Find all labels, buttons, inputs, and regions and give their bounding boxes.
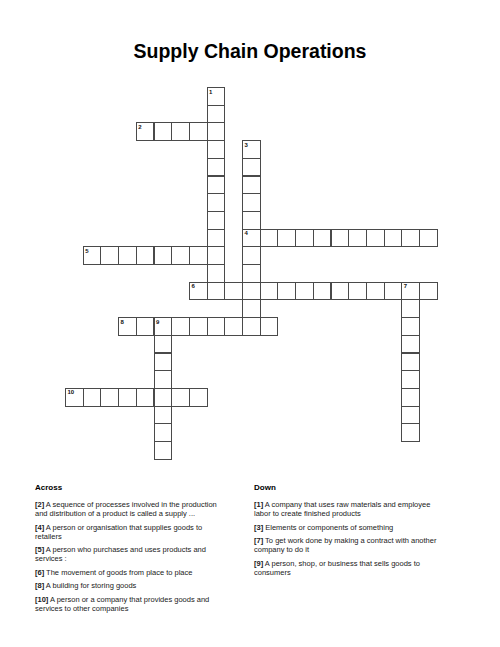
- grid-cell[interactable]: 10: [65, 388, 84, 407]
- clue-number: 1: [209, 89, 212, 96]
- grid-cell[interactable]: [331, 282, 350, 301]
- clue-label: [3]: [254, 523, 263, 532]
- grid-cell[interactable]: 6: [189, 282, 208, 301]
- grid-cell[interactable]: [419, 229, 438, 248]
- grid-cell[interactable]: [401, 317, 420, 336]
- grid-cell[interactable]: [242, 158, 261, 177]
- grid-cell[interactable]: [348, 282, 367, 301]
- clue-text: A person who purchases and uses products…: [35, 545, 206, 563]
- clue-text: A person, shop, or business that sells g…: [254, 559, 420, 577]
- clue-label: [5]: [35, 545, 44, 554]
- grid-cell[interactable]: [242, 176, 261, 195]
- grid-cell[interactable]: [154, 370, 173, 389]
- clue-label: [2]: [35, 500, 44, 509]
- clue-down-3: [3] Elements or components of something: [254, 523, 444, 532]
- grid-cell[interactable]: [154, 246, 173, 265]
- down-header: Down: [254, 483, 444, 493]
- grid-cell[interactable]: [189, 246, 208, 265]
- clue-label: [7]: [254, 536, 263, 545]
- grid-cell[interactable]: [401, 406, 420, 425]
- grid-cell[interactable]: [260, 229, 279, 248]
- grid-cell[interactable]: [224, 317, 243, 336]
- grid-cell[interactable]: [154, 122, 173, 141]
- grid-cell[interactable]: [154, 406, 173, 425]
- page: Supply Chain Operations 12345678910 Acro…: [0, 0, 500, 647]
- grid-cell[interactable]: [313, 229, 332, 248]
- grid-cell[interactable]: [207, 122, 226, 141]
- clue-number: 8: [121, 319, 124, 326]
- grid-cell[interactable]: [154, 388, 173, 407]
- clue-number: 10: [68, 389, 75, 396]
- down-clue-list: [1] A company that uses raw materials an…: [254, 500, 444, 577]
- grid-cell[interactable]: [366, 282, 385, 301]
- grid-cell[interactable]: [136, 388, 155, 407]
- grid-cell[interactable]: [242, 211, 261, 230]
- grid-cell[interactable]: [401, 335, 420, 354]
- grid-cell[interactable]: 5: [83, 246, 102, 265]
- grid-cell[interactable]: [401, 353, 420, 372]
- grid-cell[interactable]: [171, 246, 190, 265]
- clue-text: To get work done by making a contract wi…: [254, 536, 436, 554]
- grid-cell[interactable]: [384, 282, 403, 301]
- clue-number: 3: [245, 142, 248, 149]
- grid-cell[interactable]: [207, 211, 226, 230]
- grid-cell[interactable]: [207, 105, 226, 124]
- grid-cell[interactable]: [277, 229, 296, 248]
- crossword-grid: 12345678910: [65, 87, 438, 460]
- clue-text: A building for storing goods: [44, 581, 136, 590]
- clue-text: A sequence of processes involved in the …: [35, 500, 217, 518]
- grid-cell[interactable]: 1: [207, 87, 226, 106]
- grid-cell[interactable]: [242, 299, 261, 318]
- grid-cell[interactable]: [401, 388, 420, 407]
- grid-cell[interactable]: [100, 246, 119, 265]
- clue-down-7: [7] To get work done by making a contrac…: [254, 536, 444, 554]
- across-header: Across: [35, 483, 225, 493]
- clue-across-4: [4] A person or organisation that suppli…: [35, 523, 225, 541]
- grid-cell[interactable]: [154, 441, 173, 460]
- grid-cell[interactable]: [136, 246, 155, 265]
- clue-down-1: [1] A company that uses raw materials an…: [254, 500, 444, 518]
- grid-cell[interactable]: [366, 229, 385, 248]
- across-clues-section: Across [2] A sequence of processes invol…: [35, 483, 225, 617]
- grid-cell[interactable]: [401, 423, 420, 442]
- grid-cell[interactable]: [242, 282, 261, 301]
- clue-number: 6: [191, 283, 194, 290]
- clue-label: [1]: [254, 500, 263, 509]
- clue-label: [9]: [254, 559, 263, 568]
- grid-cell[interactable]: [419, 282, 438, 301]
- grid-cell[interactable]: [207, 176, 226, 195]
- clue-label: [8]: [35, 581, 44, 590]
- grid-cell[interactable]: [242, 246, 261, 265]
- puzzle-title: Supply Chain Operations: [0, 40, 500, 63]
- grid-cell[interactable]: [277, 282, 296, 301]
- clue-text: A person or a company that provides good…: [35, 595, 209, 613]
- grid-cell[interactable]: [348, 229, 367, 248]
- grid-cell[interactable]: [171, 122, 190, 141]
- grid-cell[interactable]: [401, 370, 420, 389]
- grid-cell[interactable]: [207, 193, 226, 212]
- clue-text: A person or organisation that supplies g…: [35, 523, 202, 541]
- clue-across-5: [5] A person who purchases and uses prod…: [35, 545, 225, 563]
- clue-number: 2: [138, 124, 141, 131]
- clue-number: 9: [156, 319, 159, 326]
- grid-cell[interactable]: [260, 317, 279, 336]
- grid-cell[interactable]: [242, 317, 261, 336]
- grid-cell[interactable]: [384, 229, 403, 248]
- grid-cell[interactable]: [100, 388, 119, 407]
- grid-cell[interactable]: 2: [136, 122, 155, 141]
- clue-across-6: [6] The movement of goods from place to …: [35, 568, 225, 577]
- grid-cell[interactable]: [189, 122, 208, 141]
- grid-cell[interactable]: 4: [242, 229, 261, 248]
- clue-number: 5: [85, 248, 88, 255]
- grid-cell[interactable]: [401, 299, 420, 318]
- clue-label: [10]: [35, 595, 48, 604]
- grid-cell[interactable]: [207, 264, 226, 283]
- grid-cell[interactable]: [118, 246, 137, 265]
- grid-cell[interactable]: [207, 317, 226, 336]
- grid-cell[interactable]: [331, 229, 350, 248]
- clue-label: [6]: [35, 568, 44, 577]
- clue-text: A company that uses raw materials and em…: [254, 500, 430, 518]
- grid-cell[interactable]: 9: [154, 317, 173, 336]
- grid-cell[interactable]: [118, 388, 137, 407]
- grid-cell[interactable]: [207, 246, 226, 265]
- grid-cell[interactable]: [207, 158, 226, 177]
- grid-cell[interactable]: 7: [401, 282, 420, 301]
- grid-cell[interactable]: [189, 317, 208, 336]
- grid-cell[interactable]: [242, 193, 261, 212]
- across-clue-list: [2] A sequence of processes involved in …: [35, 500, 225, 613]
- grid-cell[interactable]: [189, 388, 208, 407]
- grid-cell[interactable]: [401, 229, 420, 248]
- grid-cell[interactable]: [260, 282, 279, 301]
- grid-cell[interactable]: [295, 282, 314, 301]
- grid-cell[interactable]: [224, 282, 243, 301]
- grid-cell[interactable]: [154, 335, 173, 354]
- grid-cell[interactable]: [171, 317, 190, 336]
- grid-cell[interactable]: 3: [242, 140, 261, 159]
- grid-cell[interactable]: [136, 317, 155, 336]
- grid-cell[interactable]: [207, 140, 226, 159]
- clue-across-2: [2] A sequence of processes involved in …: [35, 500, 225, 518]
- grid-cell[interactable]: [207, 282, 226, 301]
- clue-across-10: [10] A person or a company that provides…: [35, 595, 225, 613]
- clue-number: 4: [245, 230, 248, 237]
- clue-text: Elements or components of something: [263, 523, 393, 532]
- clue-across-8: [8] A building for storing goods: [35, 581, 225, 590]
- grid-cell[interactable]: [207, 229, 226, 248]
- grid-cell[interactable]: [242, 264, 261, 283]
- grid-cell[interactable]: [295, 229, 314, 248]
- grid-cell[interactable]: [83, 388, 102, 407]
- grid-cell[interactable]: [313, 282, 332, 301]
- clue-down-9: [9] A person, shop, or business that sel…: [254, 559, 444, 577]
- down-clues-section: Down [1] A company that uses raw materia…: [254, 483, 444, 581]
- grid-cell[interactable]: [154, 353, 173, 372]
- grid-cell[interactable]: 8: [118, 317, 137, 336]
- grid-cell[interactable]: [154, 423, 173, 442]
- grid-cell[interactable]: [171, 388, 190, 407]
- clue-number: 7: [404, 283, 407, 290]
- clue-text: The movement of goods from place to plac…: [44, 568, 192, 577]
- clue-label: [4]: [35, 523, 44, 532]
